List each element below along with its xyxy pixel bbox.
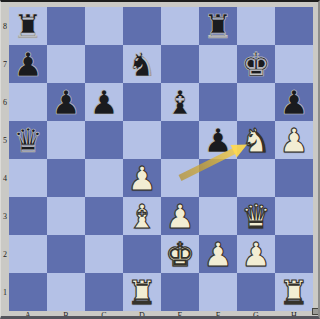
square-a3[interactable] <box>9 197 47 235</box>
file-label: E <box>161 311 199 319</box>
rank-label: 4 <box>1 159 9 197</box>
file-label: H <box>275 311 313 319</box>
rank-label: 5 <box>1 121 9 159</box>
piece-black-king[interactable]: ♚ <box>237 45 275 83</box>
piece-black-pawn[interactable]: ♟ <box>85 83 123 121</box>
piece-black-knight[interactable]: ♞ <box>123 45 161 83</box>
square-e3[interactable]: ♟ <box>161 197 199 235</box>
piece-black-pawn[interactable]: ♟ <box>199 121 237 159</box>
chess-board[interactable]: ♜♜♟♞♚♟♟♝♟♛♟♞♟♟♝♟♛♚♟♟♜♜ <box>9 7 313 311</box>
square-a8[interactable]: ♜ <box>9 7 47 45</box>
piece-white-pawn[interactable]: ♟ <box>161 197 199 235</box>
piece-white-pawn[interactable]: ♟ <box>199 235 237 273</box>
piece-black-rook[interactable]: ♜ <box>199 7 237 45</box>
rank-label: 3 <box>1 197 9 235</box>
square-g7[interactable]: ♚ <box>237 45 275 83</box>
square-b6[interactable]: ♟ <box>47 83 85 121</box>
file-label: F <box>199 311 237 319</box>
square-c8[interactable] <box>85 7 123 45</box>
square-e2[interactable]: ♚ <box>161 235 199 273</box>
piece-black-pawn[interactable]: ♟ <box>47 83 85 121</box>
square-e4[interactable] <box>161 159 199 197</box>
resize-handle-dot <box>312 308 319 315</box>
square-c2[interactable] <box>85 235 123 273</box>
square-h3[interactable] <box>275 197 313 235</box>
file-label: G <box>237 311 275 319</box>
piece-white-rook[interactable]: ♜ <box>275 273 313 311</box>
square-g4[interactable] <box>237 159 275 197</box>
square-e1[interactable] <box>161 273 199 311</box>
square-d7[interactable]: ♞ <box>123 45 161 83</box>
square-f4[interactable] <box>199 159 237 197</box>
square-e6[interactable]: ♝ <box>161 83 199 121</box>
square-a1[interactable] <box>9 273 47 311</box>
square-d1[interactable]: ♜ <box>123 273 161 311</box>
square-f2[interactable]: ♟ <box>199 235 237 273</box>
square-c4[interactable] <box>85 159 123 197</box>
square-f3[interactable] <box>199 197 237 235</box>
square-g8[interactable] <box>237 7 275 45</box>
piece-black-pawn[interactable]: ♟ <box>9 45 47 83</box>
square-g5[interactable]: ♞ <box>237 121 275 159</box>
rank-label: 6 <box>1 83 9 121</box>
square-f6[interactable] <box>199 83 237 121</box>
file-label: C <box>85 311 123 319</box>
square-b8[interactable] <box>47 7 85 45</box>
piece-black-rook[interactable]: ♜ <box>9 7 47 45</box>
square-a2[interactable] <box>9 235 47 273</box>
piece-black-pawn[interactable]: ♟ <box>275 83 313 121</box>
square-d2[interactable] <box>123 235 161 273</box>
rank-label: 2 <box>1 235 9 273</box>
piece-white-pawn[interactable]: ♟ <box>275 121 313 159</box>
piece-white-pawn[interactable]: ♟ <box>237 235 275 273</box>
piece-white-queen[interactable]: ♛ <box>237 197 275 235</box>
file-label: D <box>123 311 161 319</box>
square-g3[interactable]: ♛ <box>237 197 275 235</box>
square-a5[interactable]: ♛ <box>9 121 47 159</box>
square-c6[interactable]: ♟ <box>85 83 123 121</box>
square-g6[interactable] <box>237 83 275 121</box>
square-b2[interactable] <box>47 235 85 273</box>
square-d3[interactable]: ♝ <box>123 197 161 235</box>
chess-diagram-window: 87654321 ABCDEFGH ♜♜♟♞♚♟♟♝♟♛♟♞♟♟♝♟♛♚♟♟♜♜ <box>0 0 320 319</box>
square-h2[interactable] <box>275 235 313 273</box>
square-c3[interactable] <box>85 197 123 235</box>
square-h1[interactable]: ♜ <box>275 273 313 311</box>
file-label: A <box>9 311 47 319</box>
square-g2[interactable]: ♟ <box>237 235 275 273</box>
piece-white-pawn[interactable]: ♟ <box>123 159 161 197</box>
square-d8[interactable] <box>123 7 161 45</box>
rank-label: 1 <box>1 273 9 311</box>
square-c5[interactable] <box>85 121 123 159</box>
piece-white-rook[interactable]: ♜ <box>123 273 161 311</box>
square-c1[interactable] <box>85 273 123 311</box>
square-a7[interactable]: ♟ <box>9 45 47 83</box>
piece-white-bishop[interactable]: ♝ <box>123 197 161 235</box>
square-h7[interactable] <box>275 45 313 83</box>
square-b7[interactable] <box>47 45 85 83</box>
square-f8[interactable]: ♜ <box>199 7 237 45</box>
file-labels: ABCDEFGH <box>9 311 313 319</box>
piece-white-king[interactable]: ♚ <box>161 235 199 273</box>
square-e8[interactable] <box>161 7 199 45</box>
square-a6[interactable] <box>9 83 47 121</box>
square-d6[interactable] <box>123 83 161 121</box>
square-h8[interactable] <box>275 7 313 45</box>
square-f1[interactable] <box>199 273 237 311</box>
square-b1[interactable] <box>47 273 85 311</box>
square-h4[interactable] <box>275 159 313 197</box>
rank-label: 8 <box>1 7 9 45</box>
square-d4[interactable]: ♟ <box>123 159 161 197</box>
square-c7[interactable] <box>85 45 123 83</box>
square-d5[interactable] <box>123 121 161 159</box>
square-h5[interactable]: ♟ <box>275 121 313 159</box>
square-b3[interactable] <box>47 197 85 235</box>
rank-labels: 87654321 <box>1 7 9 311</box>
square-f7[interactable] <box>199 45 237 83</box>
piece-black-queen[interactable]: ♛ <box>9 121 47 159</box>
piece-white-knight[interactable]: ♞ <box>237 121 275 159</box>
square-a4[interactable] <box>9 159 47 197</box>
piece-black-bishop[interactable]: ♝ <box>161 83 199 121</box>
square-b5[interactable] <box>47 121 85 159</box>
square-e7[interactable] <box>161 45 199 83</box>
rank-label: 7 <box>1 45 9 83</box>
square-e5[interactable] <box>161 121 199 159</box>
square-b4[interactable] <box>47 159 85 197</box>
square-h6[interactable]: ♟ <box>275 83 313 121</box>
square-g1[interactable] <box>237 273 275 311</box>
square-f5[interactable]: ♟ <box>199 121 237 159</box>
file-label: B <box>47 311 85 319</box>
